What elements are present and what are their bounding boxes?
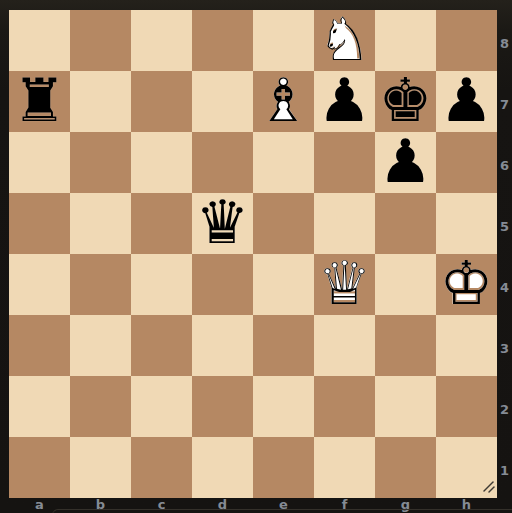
rank-label-7: 7 (497, 74, 512, 135)
square-f7[interactable]: ♟ (314, 71, 375, 132)
chess-board-view: ♞♘♜♝♗♟♚♟♟♛♛♕♚♔ abcdefgh 87654321 (0, 0, 512, 513)
square-g6[interactable]: ♟ (375, 132, 436, 193)
square-c7[interactable] (131, 71, 192, 132)
white-king-outline-glyph: ♔ (436, 252, 497, 313)
square-a5[interactable] (9, 193, 70, 254)
square-b5[interactable] (70, 193, 131, 254)
white-knight-outline-glyph: ♘ (314, 8, 375, 69)
square-a8[interactable] (9, 10, 70, 71)
panel-top-edge (52, 509, 512, 513)
rank-label-6: 6 (497, 135, 512, 196)
square-f5[interactable] (314, 193, 375, 254)
square-c3[interactable] (131, 315, 192, 376)
square-d7[interactable] (192, 71, 253, 132)
black-pawn[interactable]: ♟ (314, 71, 375, 132)
chess-board[interactable]: ♞♘♜♝♗♟♚♟♟♛♛♕♚♔ (9, 10, 497, 498)
square-b6[interactable] (70, 132, 131, 193)
square-g2[interactable] (375, 376, 436, 437)
square-e6[interactable] (253, 132, 314, 193)
rank-label-2: 2 (497, 379, 512, 440)
black-rook[interactable]: ♜ (9, 71, 70, 132)
square-b7[interactable] (70, 71, 131, 132)
square-a3[interactable] (9, 315, 70, 376)
square-f1[interactable] (314, 437, 375, 498)
white-bishop-outline-glyph: ♗ (253, 69, 314, 130)
square-a7[interactable]: ♜ (9, 71, 70, 132)
black-pawn-glyph: ♟ (314, 69, 375, 130)
rank-label-4: 4 (497, 257, 512, 318)
square-g3[interactable] (375, 315, 436, 376)
square-h2[interactable] (436, 376, 497, 437)
black-queen[interactable]: ♛ (192, 193, 253, 254)
square-g4[interactable] (375, 254, 436, 315)
square-a6[interactable] (9, 132, 70, 193)
square-c5[interactable] (131, 193, 192, 254)
square-e2[interactable] (253, 376, 314, 437)
square-f3[interactable] (314, 315, 375, 376)
rank-label-8: 8 (497, 13, 512, 74)
square-g7[interactable]: ♚ (375, 71, 436, 132)
square-g1[interactable] (375, 437, 436, 498)
square-b2[interactable] (70, 376, 131, 437)
rank-label-1: 1 (497, 440, 512, 501)
square-e4[interactable] (253, 254, 314, 315)
white-knight[interactable]: ♞♘ (314, 10, 375, 71)
square-g5[interactable] (375, 193, 436, 254)
square-h8[interactable] (436, 10, 497, 71)
white-bishop[interactable]: ♝♗ (253, 71, 314, 132)
rank-labels: 87654321 (497, 10, 512, 498)
square-f8[interactable]: ♞♘ (314, 10, 375, 71)
square-a4[interactable] (9, 254, 70, 315)
rank-label-5: 5 (497, 196, 512, 257)
black-rook-glyph: ♜ (9, 69, 70, 130)
square-d3[interactable] (192, 315, 253, 376)
square-a1[interactable] (9, 437, 70, 498)
square-a2[interactable] (9, 376, 70, 437)
square-c4[interactable] (131, 254, 192, 315)
square-e5[interactable] (253, 193, 314, 254)
square-c6[interactable] (131, 132, 192, 193)
square-d2[interactable] (192, 376, 253, 437)
square-d6[interactable] (192, 132, 253, 193)
square-c2[interactable] (131, 376, 192, 437)
square-d5[interactable]: ♛ (192, 193, 253, 254)
square-h7[interactable]: ♟ (436, 71, 497, 132)
square-h3[interactable] (436, 315, 497, 376)
square-f2[interactable] (314, 376, 375, 437)
square-c1[interactable] (131, 437, 192, 498)
square-b8[interactable] (70, 10, 131, 71)
square-b1[interactable] (70, 437, 131, 498)
black-pawn-glyph: ♟ (436, 69, 497, 130)
black-pawn[interactable]: ♟ (436, 71, 497, 132)
square-d8[interactable] (192, 10, 253, 71)
black-queen-glyph: ♛ (192, 191, 253, 252)
square-e7[interactable]: ♝♗ (253, 71, 314, 132)
square-b3[interactable] (70, 315, 131, 376)
square-e8[interactable] (253, 10, 314, 71)
board-resize-handle-icon[interactable] (480, 478, 497, 496)
square-d4[interactable] (192, 254, 253, 315)
square-c8[interactable] (131, 10, 192, 71)
square-d1[interactable] (192, 437, 253, 498)
square-h6[interactable] (436, 132, 497, 193)
black-king[interactable]: ♚ (375, 71, 436, 132)
black-pawn[interactable]: ♟ (375, 132, 436, 193)
square-h4[interactable]: ♚♔ (436, 254, 497, 315)
square-g8[interactable] (375, 10, 436, 71)
rank-label-3: 3 (497, 318, 512, 379)
black-king-glyph: ♚ (375, 69, 436, 130)
square-f4[interactable]: ♛♕ (314, 254, 375, 315)
square-h5[interactable] (436, 193, 497, 254)
white-queen[interactable]: ♛♕ (314, 254, 375, 315)
black-pawn-glyph: ♟ (375, 130, 436, 191)
square-b4[interactable] (70, 254, 131, 315)
square-e3[interactable] (253, 315, 314, 376)
square-f6[interactable] (314, 132, 375, 193)
square-e1[interactable] (253, 437, 314, 498)
white-queen-outline-glyph: ♕ (314, 252, 375, 313)
white-king[interactable]: ♚♔ (436, 254, 497, 315)
